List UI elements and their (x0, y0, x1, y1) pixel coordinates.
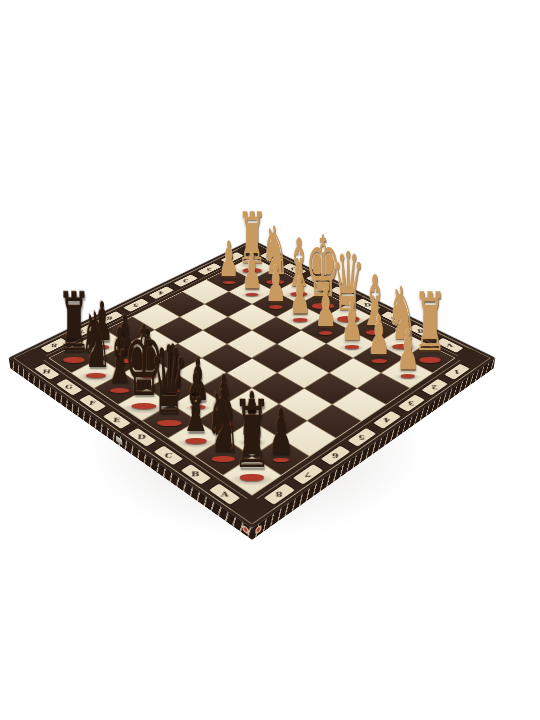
black-pawn-icon: ♟ (268, 402, 293, 461)
white-pawn-icon: ♟ (368, 310, 391, 362)
pieces-layer: ♜♞♝♛♚♝♞♜♟♟♟♟♟♟♟♟♟♟♟♟♟♟♟♟♜♞♝♛♚♝♞♜ (0, 0, 540, 720)
white-pawn-icon: ♟ (219, 237, 239, 284)
white-pawn-icon: ♟ (396, 324, 419, 377)
black-rook-icon: ♜ (233, 392, 271, 480)
white-pawn-icon: ♟ (341, 297, 363, 348)
white-pawn-icon: ♟ (315, 284, 337, 334)
white-pawn-icon: ♟ (265, 259, 286, 307)
white-pawn-icon: ♟ (289, 271, 310, 320)
scene: HGFEDCBA HGFEDCBA 12345678 12345678 ♜♞♝♛… (0, 0, 540, 720)
white-pawn-icon: ♟ (242, 248, 263, 295)
